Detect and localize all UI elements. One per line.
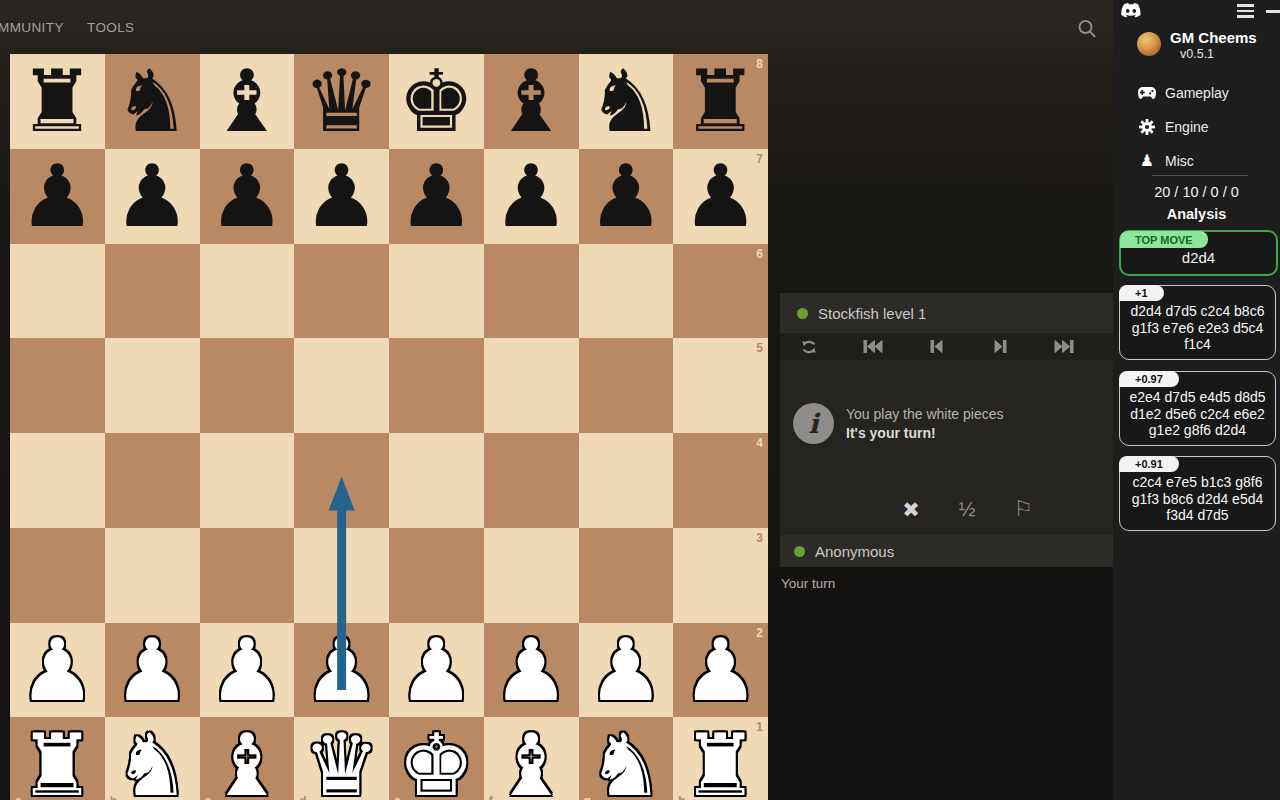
square-h7[interactable]: ♟7 <box>673 149 768 244</box>
square-e6[interactable] <box>389 244 484 339</box>
pv-line-3[interactable]: +0.91 c2c4 e7e5 b1c3 g8f6 g1f3 b8c6 d2d4… <box>1119 456 1276 531</box>
pv-moves: d2d4 d7d5 c2c4 b8c6 g1f3 e7e6 e2e3 d5c4 … <box>1120 303 1275 353</box>
turn-text: It's your turn! <box>846 425 1003 441</box>
square-e3[interactable] <box>389 528 484 623</box>
black-rook: ♜ <box>682 58 759 144</box>
square-c2[interactable]: ♟ <box>200 623 295 718</box>
square-d1[interactable]: ♛d <box>294 717 389 800</box>
rank-label: 1 <box>756 720 763 734</box>
white-pawn: ♟ <box>587 627 664 713</box>
square-d5[interactable] <box>294 338 389 433</box>
file-label: c <box>205 794 212 800</box>
white-bishop: ♝ <box>493 722 570 800</box>
file-label: d <box>299 794 306 800</box>
white-pawn: ♟ <box>493 627 570 713</box>
eval-badge: +0.91 <box>1119 456 1179 472</box>
black-bishop: ♝ <box>493 58 570 144</box>
menu-item-misc[interactable]: ♟ Misc <box>1113 144 1280 178</box>
nav-tools[interactable]: TOOLS <box>87 20 135 35</box>
square-b7[interactable]: ♟ <box>105 149 200 244</box>
square-g7[interactable]: ♟ <box>579 149 674 244</box>
rank-label: 4 <box>756 436 763 450</box>
square-f2[interactable]: ♟ <box>484 623 579 718</box>
square-e1[interactable]: ♚e <box>389 717 484 800</box>
square-g1[interactable]: ♞g <box>579 717 674 800</box>
analysis-title: Analysis <box>1113 206 1280 222</box>
file-label: b <box>110 794 117 800</box>
square-a4[interactable] <box>10 433 105 528</box>
square-d7[interactable]: ♟ <box>294 149 389 244</box>
square-d8[interactable]: ♛ <box>294 54 389 149</box>
square-b8[interactable]: ♞ <box>105 54 200 149</box>
black-king: ♚ <box>398 58 475 144</box>
black-pawn: ♟ <box>493 153 570 239</box>
square-c5[interactable] <box>200 338 295 433</box>
square-g4[interactable] <box>579 433 674 528</box>
depth-stats: 20 / 10 / 0 / 0 <box>1113 184 1280 200</box>
square-f1[interactable]: ♝f <box>484 717 579 800</box>
square-f8[interactable]: ♝ <box>484 54 579 149</box>
white-pawn: ♟ <box>19 627 96 713</box>
main-area: MMUNITY TOOLS ♜♞♝♛♚♝♞♜8♟♟♟♟♟♟♟♟76543♟♟♟♟… <box>0 0 1113 800</box>
square-h3[interactable]: 3 <box>673 528 768 623</box>
gamepad-icon <box>1137 87 1157 99</box>
pv-moves: e2e4 d7d5 e4d5 d8d5 d1e2 d5e6 c2c4 e6e2 … <box>1120 389 1275 439</box>
first-move-button[interactable] <box>860 338 886 356</box>
player-row: Anonymous <box>780 535 1113 567</box>
square-d2[interactable]: ♟ <box>294 623 389 718</box>
top-navbar: MMUNITY TOOLS <box>0 0 1113 50</box>
sidebar-menu: Gameplay Engine ♟ Misc <box>1113 76 1280 178</box>
white-pawn: ♟ <box>114 627 191 713</box>
square-b4[interactable] <box>105 433 200 528</box>
flip-board-button[interactable] <box>796 338 822 356</box>
square-e2[interactable]: ♟ <box>389 623 484 718</box>
black-pawn: ♟ <box>398 153 475 239</box>
square-b3[interactable] <box>105 528 200 623</box>
search-icon[interactable] <box>1076 18 1098 40</box>
menu-label: Misc <box>1165 153 1194 169</box>
square-a8[interactable]: ♜ <box>10 54 105 149</box>
chess-board: ♜♞♝♛♚♝♞♜8♟♟♟♟♟♟♟♟76543♟♟♟♟♟♟♟♟2♜a♞b♝c♛d♚… <box>10 54 768 800</box>
square-g8[interactable]: ♞ <box>579 54 674 149</box>
square-a3[interactable] <box>10 528 105 623</box>
black-pawn: ♟ <box>114 153 191 239</box>
black-pawn: ♟ <box>587 153 664 239</box>
square-c3[interactable] <box>200 528 295 623</box>
square-f7[interactable]: ♟ <box>484 149 579 244</box>
square-c4[interactable] <box>200 433 295 528</box>
square-a1[interactable]: ♜a <box>10 717 105 800</box>
minimize-icon[interactable] <box>1266 10 1280 13</box>
menu-label: Gameplay <box>1165 85 1229 101</box>
square-c7[interactable]: ♟ <box>200 149 295 244</box>
square-c1[interactable]: ♝c <box>200 717 295 800</box>
pv-line-2[interactable]: +0.97 e2e4 d7d5 e4d5 d8d5 d1e2 d5e6 c2c4… <box>1119 371 1276 446</box>
black-pawn: ♟ <box>682 153 759 239</box>
board-area: ♜♞♝♛♚♝♞♜8♟♟♟♟♟♟♟♟76543♟♟♟♟♟♟♟♟2♜a♞b♝c♛d♚… <box>10 54 768 800</box>
square-c6[interactable] <box>200 244 295 339</box>
sidebar-topbar <box>1113 0 1280 24</box>
square-b6[interactable] <box>105 244 200 339</box>
rank-label: 3 <box>756 531 763 545</box>
discord-icon[interactable] <box>1121 3 1141 22</box>
square-c8[interactable]: ♝ <box>200 54 295 149</box>
black-rook: ♜ <box>19 58 96 144</box>
pawn-icon: ♟ <box>1137 153 1157 169</box>
white-pawn: ♟ <box>303 627 380 713</box>
rank-label: 7 <box>756 152 763 166</box>
file-label: a <box>15 794 22 800</box>
black-pawn: ♟ <box>19 153 96 239</box>
square-h5[interactable]: 5 <box>673 338 768 433</box>
top-move-value: d2d4 <box>1121 249 1276 266</box>
white-queen: ♛ <box>303 722 380 800</box>
nav-community[interactable]: MMUNITY <box>0 20 64 35</box>
square-f3[interactable] <box>484 528 579 623</box>
black-knight: ♞ <box>114 58 191 144</box>
move-toolbar <box>780 333 1113 360</box>
extension-title: GM Cheems <box>1170 29 1257 46</box>
online-dot <box>794 546 805 557</box>
square-d6[interactable] <box>294 244 389 339</box>
menu-icon[interactable] <box>1237 4 1254 21</box>
square-f6[interactable] <box>484 244 579 339</box>
white-rook: ♜ <box>682 722 759 800</box>
status-text: Your turn <box>781 576 835 591</box>
white-pawn: ♟ <box>682 627 759 713</box>
square-e4[interactable] <box>389 433 484 528</box>
square-h2[interactable]: ♟2 <box>673 623 768 718</box>
info-text: You play the white pieces <box>846 406 1003 422</box>
square-h8[interactable]: ♜8 <box>673 54 768 149</box>
white-bishop: ♝ <box>208 722 285 800</box>
square-f5[interactable] <box>484 338 579 433</box>
menu-item-engine[interactable]: Engine <box>1113 110 1280 144</box>
flag-icon[interactable]: ⚐ <box>1010 498 1036 520</box>
square-a6[interactable] <box>10 244 105 339</box>
opponent-row: Stockfish level 1 <box>780 293 1113 333</box>
square-b1[interactable]: ♞b <box>105 717 200 800</box>
square-a5[interactable] <box>10 338 105 433</box>
square-g5[interactable] <box>579 338 674 433</box>
file-label: e <box>394 794 401 800</box>
menu-label: Engine <box>1165 119 1209 135</box>
white-pawn: ♟ <box>398 627 475 713</box>
rank-label: 8 <box>756 57 763 71</box>
white-pawn: ♟ <box>208 627 285 713</box>
white-knight: ♞ <box>587 722 664 800</box>
top-move-badge: TOP MOVE <box>1120 231 1208 248</box>
extension-sidebar: GM Cheems v0.5.1 Gameplay <box>1113 0 1280 800</box>
square-a2[interactable]: ♟ <box>10 623 105 718</box>
action-row: ✖ ½ ⚐ <box>898 498 1036 520</box>
square-g2[interactable]: ♟ <box>579 623 674 718</box>
black-knight: ♞ <box>587 58 664 144</box>
eval-badge: +1 <box>1119 285 1164 301</box>
square-g3[interactable] <box>579 528 674 623</box>
square-e5[interactable] <box>389 338 484 433</box>
rank-label: 6 <box>756 247 763 261</box>
draw-offer-icon[interactable]: ½ <box>954 499 980 519</box>
square-b5[interactable] <box>105 338 200 433</box>
square-d3[interactable] <box>294 528 389 623</box>
resign-icon[interactable]: ✖ <box>898 499 924 520</box>
square-e8[interactable]: ♚ <box>389 54 484 149</box>
square-h4[interactable]: 4 <box>673 433 768 528</box>
square-b2[interactable]: ♟ <box>105 623 200 718</box>
opponent-name: Stockfish level 1 <box>818 305 926 322</box>
pv-line-1[interactable]: +1 d2d4 d7d5 c2c4 b8c6 g1f3 e7e6 e2e3 d5… <box>1119 285 1276 360</box>
rank-label: 5 <box>756 341 763 355</box>
square-h1[interactable]: ♜1h <box>673 717 768 800</box>
black-pawn: ♟ <box>208 153 285 239</box>
pv-moves: c2c4 e7e5 b1c3 g8f6 g1f3 b8c6 d2d4 e5d4 … <box>1120 474 1275 524</box>
black-pawn: ♟ <box>303 153 380 239</box>
file-label: g <box>584 794 591 800</box>
white-rook: ♜ <box>19 722 96 800</box>
last-move-button[interactable] <box>1051 338 1077 356</box>
white-king: ♚ <box>398 722 475 800</box>
menu-item-gameplay[interactable]: Gameplay <box>1113 76 1280 110</box>
game-panel: Stockfish level 1 <box>780 293 1113 567</box>
square-g6[interactable] <box>579 244 674 339</box>
online-dot <box>797 308 808 319</box>
avatar <box>1137 32 1161 56</box>
square-a7[interactable]: ♟ <box>10 149 105 244</box>
panel-body: i You play the white pieces It's your tu… <box>780 360 1113 535</box>
black-queen: ♛ <box>303 58 380 144</box>
white-knight: ♞ <box>114 722 191 800</box>
top-move-box[interactable]: TOP MOVE d2d4 <box>1119 230 1278 276</box>
file-label: f <box>489 794 493 800</box>
next-move-button[interactable] <box>987 338 1013 356</box>
status-strip: Your turn <box>768 567 1113 800</box>
black-bishop: ♝ <box>208 58 285 144</box>
square-e7[interactable]: ♟ <box>389 149 484 244</box>
info-row: i You play the white pieces It's your tu… <box>793 403 1003 444</box>
extension-version: v0.5.1 <box>1180 47 1214 61</box>
rank-label: 2 <box>756 626 763 640</box>
previous-move-button[interactable] <box>924 338 950 356</box>
player-name: Anonymous <box>815 543 894 560</box>
square-d4[interactable] <box>294 433 389 528</box>
square-h6[interactable]: 6 <box>673 244 768 339</box>
file-label: h <box>678 794 685 800</box>
divider <box>1152 175 1248 176</box>
gear-icon <box>1137 119 1157 135</box>
square-f4[interactable] <box>484 433 579 528</box>
eval-badge: +0.97 <box>1119 371 1179 387</box>
info-icon: i <box>793 403 834 444</box>
